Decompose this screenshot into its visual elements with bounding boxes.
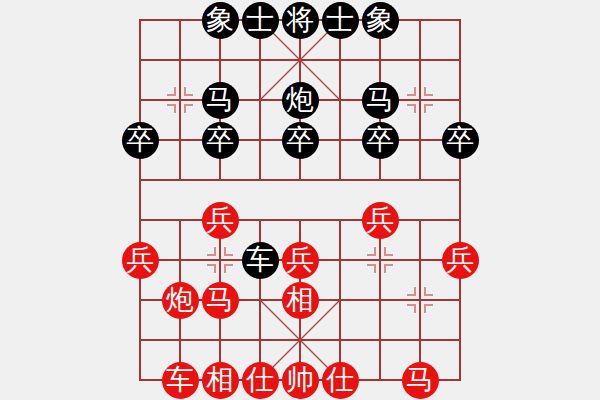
board-point-h5[interactable] (400, 160, 440, 200)
piece-black-horse-c3[interactable]: 马 (202, 82, 239, 119)
board-point-f10[interactable]: 仕 (320, 360, 360, 400)
board-point-e1[interactable]: 将 (280, 0, 320, 40)
board-point-a6[interactable] (120, 200, 160, 240)
board-point-a10[interactable] (120, 360, 160, 400)
piece-black-soldier-a4[interactable]: 卒 (122, 122, 159, 159)
board-point-h3[interactable] (400, 80, 440, 120)
board-point-f5[interactable] (320, 160, 360, 200)
board-intersections: 象士将士象马炮马卒卒卒卒卒兵兵兵车兵兵炮马相车相仕帅仕马 (120, 0, 480, 400)
board-point-a9[interactable] (120, 320, 160, 360)
board-point-d3[interactable] (240, 80, 280, 120)
piece-black-horse-g3[interactable]: 马 (362, 82, 399, 119)
piece-black-soldier-i4[interactable]: 卒 (442, 122, 479, 159)
board-point-g9[interactable] (360, 320, 400, 360)
board-point-c4[interactable]: 卒 (200, 120, 240, 160)
board-point-d2[interactable] (240, 40, 280, 80)
board-point-i4[interactable]: 卒 (440, 120, 480, 160)
board-point-g1[interactable]: 象 (360, 0, 400, 40)
board-point-g3[interactable]: 马 (360, 80, 400, 120)
board-point-d7[interactable]: 车 (240, 240, 280, 280)
piece-red-horse-c8[interactable]: 马 (202, 282, 239, 319)
board-point-e8[interactable]: 相 (280, 280, 320, 320)
board-point-e5[interactable] (280, 160, 320, 200)
board-point-c3[interactable]: 马 (200, 80, 240, 120)
board-point-c5[interactable] (200, 160, 240, 200)
piece-black-soldier-c4[interactable]: 卒 (202, 122, 239, 159)
board-point-i7[interactable]: 兵 (440, 240, 480, 280)
piece-red-advisor-d10[interactable]: 仕 (242, 362, 279, 399)
board-point-i2[interactable] (440, 40, 480, 80)
piece-red-horse-h10[interactable]: 马 (402, 362, 439, 399)
board-point-c8[interactable]: 马 (200, 280, 240, 320)
piece-black-soldier-e4[interactable]: 卒 (282, 122, 319, 159)
board-point-c2[interactable] (200, 40, 240, 80)
piece-black-chariot-d7[interactable]: 车 (242, 242, 279, 279)
board-point-c6[interactable]: 兵 (200, 200, 240, 240)
piece-black-advisor-d1[interactable]: 士 (242, 2, 279, 39)
board-point-g2[interactable] (360, 40, 400, 80)
board-point-b8[interactable]: 炮 (160, 280, 200, 320)
board-point-g6[interactable]: 兵 (360, 200, 400, 240)
board-point-i6[interactable] (440, 200, 480, 240)
board-point-a2[interactable] (120, 40, 160, 80)
board-point-c10[interactable]: 相 (200, 360, 240, 400)
piece-black-elephant-g1[interactable]: 象 (362, 2, 399, 39)
piece-red-elephant-c10[interactable]: 相 (202, 362, 239, 399)
board-point-g8[interactable] (360, 280, 400, 320)
board-point-h1[interactable] (400, 0, 440, 40)
board-point-d10[interactable]: 仕 (240, 360, 280, 400)
board-point-g10[interactable] (360, 360, 400, 400)
board-point-i10[interactable] (440, 360, 480, 400)
piece-black-cannon-e3[interactable]: 炮 (282, 82, 319, 119)
board-point-g4[interactable]: 卒 (360, 120, 400, 160)
board-point-g7[interactable] (360, 240, 400, 280)
piece-red-advisor-f10[interactable]: 仕 (322, 362, 359, 399)
board-point-i1[interactable] (440, 0, 480, 40)
piece-red-soldier-g6[interactable]: 兵 (362, 202, 399, 239)
board-point-h10[interactable]: 马 (400, 360, 440, 400)
board-point-i9[interactable] (440, 320, 480, 360)
board-point-h9[interactable] (400, 320, 440, 360)
piece-red-chariot-b10[interactable]: 车 (162, 362, 199, 399)
board-point-e3[interactable]: 炮 (280, 80, 320, 120)
piece-red-cannon-b8[interactable]: 炮 (162, 282, 199, 319)
board-point-b9[interactable] (160, 320, 200, 360)
board-point-b7[interactable] (160, 240, 200, 280)
piece-black-advisor-f1[interactable]: 士 (322, 2, 359, 39)
board-point-b3[interactable] (160, 80, 200, 120)
board-point-b4[interactable] (160, 120, 200, 160)
board-point-d8[interactable] (240, 280, 280, 320)
piece-red-soldier-a7[interactable]: 兵 (122, 242, 159, 279)
piece-red-general-e10[interactable]: 帅 (282, 362, 319, 399)
board-point-e6[interactable] (280, 200, 320, 240)
board-point-f4[interactable] (320, 120, 360, 160)
board-point-f6[interactable] (320, 200, 360, 240)
board-point-d4[interactable] (240, 120, 280, 160)
board-point-a3[interactable] (120, 80, 160, 120)
piece-red-soldier-i7[interactable]: 兵 (442, 242, 479, 279)
piece-black-elephant-c1[interactable]: 象 (202, 2, 239, 39)
board-point-f2[interactable] (320, 40, 360, 80)
board-point-f8[interactable] (320, 280, 360, 320)
board-point-f1[interactable]: 士 (320, 0, 360, 40)
board-point-a4[interactable]: 卒 (120, 120, 160, 160)
board-point-a7[interactable]: 兵 (120, 240, 160, 280)
board-point-c1[interactable]: 象 (200, 0, 240, 40)
board-point-b5[interactable] (160, 160, 200, 200)
board-point-d6[interactable] (240, 200, 280, 240)
board-point-h8[interactable] (400, 280, 440, 320)
board-point-e9[interactable] (280, 320, 320, 360)
board-point-h2[interactable] (400, 40, 440, 80)
piece-red-elephant-e8[interactable]: 相 (282, 282, 319, 319)
board-point-d9[interactable] (240, 320, 280, 360)
board-point-e2[interactable] (280, 40, 320, 80)
board-point-f3[interactable] (320, 80, 360, 120)
board-point-e4[interactable]: 卒 (280, 120, 320, 160)
board-point-i8[interactable] (440, 280, 480, 320)
board-point-c9[interactable] (200, 320, 240, 360)
board-point-i5[interactable] (440, 160, 480, 200)
piece-red-soldier-e7[interactable]: 兵 (282, 242, 319, 279)
board-point-c7[interactable] (200, 240, 240, 280)
board-point-i3[interactable] (440, 80, 480, 120)
board-point-d5[interactable] (240, 160, 280, 200)
board-point-h6[interactable] (400, 200, 440, 240)
board-point-e7[interactable]: 兵 (280, 240, 320, 280)
board-point-e10[interactable]: 帅 (280, 360, 320, 400)
piece-black-general-e1[interactable]: 将 (282, 2, 319, 39)
board-point-f9[interactable] (320, 320, 360, 360)
board-point-g5[interactable] (360, 160, 400, 200)
board-point-f7[interactable] (320, 240, 360, 280)
board-point-h7[interactable] (400, 240, 440, 280)
piece-black-soldier-g4[interactable]: 卒 (362, 122, 399, 159)
board-point-b6[interactable] (160, 200, 200, 240)
piece-red-soldier-c6[interactable]: 兵 (202, 202, 239, 239)
board-point-d1[interactable]: 士 (240, 0, 280, 40)
board-point-a8[interactable] (120, 280, 160, 320)
board-point-a1[interactable] (120, 0, 160, 40)
board-point-b2[interactable] (160, 40, 200, 80)
board-point-b1[interactable] (160, 0, 200, 40)
board-point-h4[interactable] (400, 120, 440, 160)
xiangqi-board[interactable]: 象士将士象马炮马卒卒卒卒卒兵兵兵车兵兵炮马相车相仕帅仕马 (0, 0, 600, 400)
board-point-b10[interactable]: 车 (160, 360, 200, 400)
board-point-a5[interactable] (120, 160, 160, 200)
